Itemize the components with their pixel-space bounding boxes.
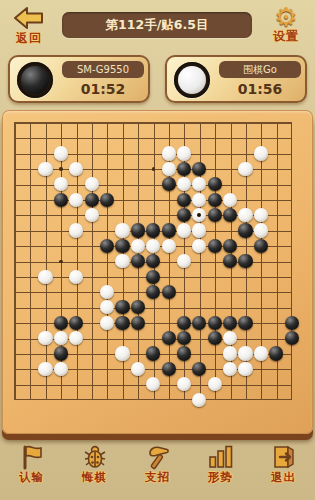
stone-white xyxy=(162,146,176,160)
star-point xyxy=(152,167,156,171)
stone-white xyxy=(177,377,191,391)
stone-white xyxy=(38,362,52,376)
flag-icon xyxy=(0,444,63,470)
board-point[interactable] xyxy=(192,177,207,192)
board-point[interactable] xyxy=(269,346,284,361)
stone-black xyxy=(177,316,191,330)
board-point[interactable] xyxy=(69,223,84,238)
board-point[interactable] xyxy=(222,192,237,207)
black-stone-avatar-icon xyxy=(21,66,49,94)
stone-white xyxy=(38,270,52,284)
bottom-toolbar: 认输 悔棋 支招 xyxy=(0,444,315,496)
board-point[interactable] xyxy=(161,161,176,176)
stone-white xyxy=(223,331,237,345)
stone-black xyxy=(54,193,68,207)
hint-button[interactable]: 支招 xyxy=(126,444,189,496)
stone-white xyxy=(131,239,145,253)
board-point[interactable] xyxy=(115,346,130,361)
board-point[interactable] xyxy=(161,223,176,238)
stone-black xyxy=(100,239,114,253)
board-point[interactable] xyxy=(146,223,161,238)
board-point[interactable] xyxy=(84,207,99,222)
board-point[interactable] xyxy=(207,177,222,192)
board-point[interactable] xyxy=(146,284,161,299)
board-point[interactable] xyxy=(38,161,53,176)
stone-white xyxy=(146,239,160,253)
stone-black xyxy=(285,316,299,330)
stone-black xyxy=(269,346,283,360)
stone-black xyxy=(131,223,145,237)
board-point[interactable] xyxy=(238,254,253,269)
stone-white xyxy=(238,346,252,360)
board-point[interactable] xyxy=(192,361,207,376)
hammer-icon xyxy=(126,444,189,470)
stone-black xyxy=(85,193,99,207)
board-point[interactable] xyxy=(99,238,114,253)
board-point[interactable] xyxy=(238,315,253,330)
board-point[interactable] xyxy=(161,361,176,376)
stone-black xyxy=(285,331,299,345)
stone-black xyxy=(208,177,222,191)
stone-black xyxy=(100,193,114,207)
stone-white xyxy=(254,146,268,160)
board-point[interactable] xyxy=(115,238,130,253)
white-stone-avatar-icon xyxy=(178,66,206,94)
stone-white xyxy=(177,223,191,237)
board-point[interactable] xyxy=(207,207,222,222)
board-point[interactable] xyxy=(176,330,191,345)
board-point[interactable] xyxy=(192,392,207,407)
board-point[interactable] xyxy=(115,254,130,269)
board-point[interactable] xyxy=(222,330,237,345)
stone-black xyxy=(223,208,237,222)
board-point[interactable] xyxy=(238,161,253,176)
board-point[interactable] xyxy=(284,315,299,330)
white-player-name: 围棋Go xyxy=(219,61,301,78)
board-point[interactable] xyxy=(176,192,191,207)
board-point[interactable] xyxy=(192,207,207,222)
board-point[interactable] xyxy=(253,238,268,253)
board-point[interactable] xyxy=(253,207,268,222)
board-point[interactable] xyxy=(176,315,191,330)
stone-black xyxy=(54,346,68,360)
black-player-panel: SM-G9550 01:52 xyxy=(8,55,150,103)
board-point[interactable] xyxy=(130,300,145,315)
move-info-title: 第112手/贴6.5目 xyxy=(62,12,252,38)
board-point[interactable] xyxy=(53,330,68,345)
stone-white xyxy=(115,346,129,360)
stone-white xyxy=(100,285,114,299)
board-point[interactable] xyxy=(222,346,237,361)
goban-grid[interactable] xyxy=(7,115,299,407)
board-point[interactable] xyxy=(69,315,84,330)
stone-black xyxy=(162,362,176,376)
stone-white xyxy=(254,208,268,222)
stone-black xyxy=(146,285,160,299)
board-point[interactable] xyxy=(222,207,237,222)
black-player-clock: 01:52 xyxy=(62,81,144,97)
gear-icon: ⚙ xyxy=(263,4,309,30)
stone-white xyxy=(192,223,206,237)
board-point[interactable] xyxy=(176,146,191,161)
black-player-avatar xyxy=(17,62,53,98)
stone-black xyxy=(223,239,237,253)
board-point[interactable] xyxy=(146,377,161,392)
stone-black xyxy=(146,254,160,268)
stone-black xyxy=(192,362,206,376)
board-point[interactable] xyxy=(238,223,253,238)
board-point[interactable] xyxy=(207,192,222,207)
board-point[interactable] xyxy=(253,146,268,161)
stone-black xyxy=(192,316,206,330)
board-point[interactable] xyxy=(69,161,84,176)
board-point[interactable] xyxy=(53,192,68,207)
back-button[interactable]: 返回 xyxy=(6,6,52,47)
stone-white xyxy=(192,177,206,191)
board-point[interactable] xyxy=(176,346,191,361)
stone-white xyxy=(192,208,206,222)
stone-white xyxy=(208,377,222,391)
stone-white xyxy=(223,362,237,376)
board-point[interactable] xyxy=(161,330,176,345)
stone-white xyxy=(177,177,191,191)
stone-white xyxy=(85,208,99,222)
board-point[interactable] xyxy=(53,146,68,161)
star-point xyxy=(59,260,63,264)
board-point[interactable] xyxy=(161,238,176,253)
white-player-clock: 01:56 xyxy=(219,81,301,97)
board-point[interactable] xyxy=(115,300,130,315)
stone-black xyxy=(177,162,191,176)
board-point[interactable] xyxy=(192,223,207,238)
stone-white xyxy=(223,346,237,360)
board-point[interactable] xyxy=(130,238,145,253)
stone-white xyxy=(54,331,68,345)
stone-black xyxy=(162,177,176,191)
board-point[interactable] xyxy=(38,330,53,345)
top-bar: 返回 第112手/贴6.5目 ⚙ 设置 xyxy=(0,0,315,48)
board-point[interactable] xyxy=(130,254,145,269)
stone-white xyxy=(192,393,206,407)
stone-white xyxy=(115,254,129,268)
stone-black xyxy=(115,316,129,330)
stone-black xyxy=(208,208,222,222)
board-point[interactable] xyxy=(207,238,222,253)
board-point[interactable] xyxy=(99,315,114,330)
board-point[interactable] xyxy=(207,377,222,392)
board-point[interactable] xyxy=(176,377,191,392)
stone-white xyxy=(54,146,68,160)
stone-white xyxy=(146,377,160,391)
white-player-panel: 围棋Go 01:56 xyxy=(165,55,307,103)
board-point[interactable] xyxy=(284,330,299,345)
board-point[interactable] xyxy=(176,161,191,176)
board-point[interactable] xyxy=(115,223,130,238)
settings-label: 设置 xyxy=(263,28,309,45)
board-point[interactable] xyxy=(192,238,207,253)
board-point[interactable] xyxy=(69,192,84,207)
stone-black xyxy=(192,162,206,176)
stone-white xyxy=(69,331,83,345)
exit-button[interactable]: 退出 xyxy=(252,444,315,496)
board-point[interactable] xyxy=(84,177,99,192)
stone-white xyxy=(69,162,83,176)
stone-white xyxy=(100,300,114,314)
exit-icon xyxy=(252,444,315,470)
settings-button[interactable]: ⚙ 设置 xyxy=(263,4,309,45)
board-point[interactable] xyxy=(53,346,68,361)
stone-white xyxy=(69,270,83,284)
stone-black xyxy=(146,223,160,237)
stone-white xyxy=(54,362,68,376)
board-point[interactable] xyxy=(115,315,130,330)
board-point[interactable] xyxy=(146,346,161,361)
last-move-marker xyxy=(197,213,201,217)
board-point[interactable] xyxy=(238,346,253,361)
go-board[interactable] xyxy=(2,110,313,434)
board-point[interactable] xyxy=(146,238,161,253)
stone-white xyxy=(238,208,252,222)
stone-black xyxy=(146,346,160,360)
stone-white xyxy=(177,254,191,268)
stone-white xyxy=(223,193,237,207)
stone-white xyxy=(69,223,83,237)
stone-white xyxy=(38,331,52,345)
stone-black xyxy=(162,285,176,299)
board-point[interactable] xyxy=(253,223,268,238)
stone-white xyxy=(38,162,52,176)
board-point[interactable] xyxy=(176,254,191,269)
board-point[interactable] xyxy=(69,269,84,284)
undo-button[interactable]: 悔棋 xyxy=(63,444,126,496)
stone-black xyxy=(177,208,191,222)
stone-white xyxy=(254,346,268,360)
board-point[interactable] xyxy=(146,269,161,284)
stone-white xyxy=(192,239,206,253)
stone-black xyxy=(238,316,252,330)
stone-black xyxy=(238,254,252,268)
stone-black xyxy=(115,239,129,253)
white-player-avatar xyxy=(174,62,210,98)
stone-white xyxy=(69,193,83,207)
stone-black xyxy=(131,300,145,314)
stone-black xyxy=(69,316,83,330)
board-point[interactable] xyxy=(130,361,145,376)
stone-black xyxy=(208,331,222,345)
stone-white xyxy=(162,239,176,253)
board-point[interactable] xyxy=(161,284,176,299)
stone-black xyxy=(208,316,222,330)
board-point[interactable] xyxy=(222,254,237,269)
board-point[interactable] xyxy=(161,177,176,192)
stone-white xyxy=(238,362,252,376)
stone-black xyxy=(254,239,268,253)
board-point[interactable] xyxy=(146,254,161,269)
board-point[interactable] xyxy=(99,300,114,315)
bug-icon xyxy=(63,444,126,470)
stone-white xyxy=(192,193,206,207)
resign-button[interactable]: 认输 xyxy=(0,444,63,496)
stone-black xyxy=(223,316,237,330)
board-point[interactable] xyxy=(253,346,268,361)
board-point[interactable] xyxy=(84,192,99,207)
stone-black xyxy=(223,254,237,268)
stone-white xyxy=(54,177,68,191)
board-point[interactable] xyxy=(176,177,191,192)
board-point[interactable] xyxy=(222,315,237,330)
board-point[interactable] xyxy=(161,146,176,161)
board-point[interactable] xyxy=(192,192,207,207)
stone-white xyxy=(85,177,99,191)
board-point[interactable] xyxy=(38,269,53,284)
stone-white xyxy=(162,162,176,176)
board-point[interactable] xyxy=(176,207,191,222)
stone-black xyxy=(115,300,129,314)
board-point[interactable] xyxy=(53,177,68,192)
stone-black xyxy=(208,193,222,207)
board-point[interactable] xyxy=(69,330,84,345)
chart-icon xyxy=(189,444,252,470)
star-point xyxy=(59,167,63,171)
board-point[interactable] xyxy=(192,315,207,330)
black-player-name: SM-G9550 xyxy=(62,61,144,78)
stone-white xyxy=(238,162,252,176)
board-point[interactable] xyxy=(192,161,207,176)
board-point[interactable] xyxy=(99,192,114,207)
stone-black xyxy=(177,193,191,207)
board-point[interactable] xyxy=(207,330,222,345)
stone-black xyxy=(146,270,160,284)
board-point[interactable] xyxy=(53,315,68,330)
stone-black xyxy=(162,331,176,345)
stone-white xyxy=(177,146,191,160)
board-point[interactable] xyxy=(222,361,237,376)
stone-black xyxy=(177,331,191,345)
stone-white xyxy=(100,316,114,330)
board-point[interactable] xyxy=(207,315,222,330)
stone-black xyxy=(208,239,222,253)
board-point[interactable] xyxy=(176,223,191,238)
stone-white xyxy=(254,223,268,237)
board-point[interactable] xyxy=(238,207,253,222)
board-point[interactable] xyxy=(38,361,53,376)
stone-black xyxy=(238,223,252,237)
analysis-button[interactable]: 形势 xyxy=(189,444,252,496)
board-point[interactable] xyxy=(238,361,253,376)
stone-black xyxy=(131,254,145,268)
stone-black xyxy=(177,346,191,360)
back-arrow-icon xyxy=(6,6,52,32)
board-point[interactable] xyxy=(99,284,114,299)
board-point[interactable] xyxy=(53,361,68,376)
stone-white xyxy=(115,223,129,237)
stone-black xyxy=(131,316,145,330)
board-point[interactable] xyxy=(222,238,237,253)
stone-black xyxy=(54,316,68,330)
back-label: 返回 xyxy=(6,30,52,47)
stone-black xyxy=(162,223,176,237)
stone-white xyxy=(131,362,145,376)
board-point[interactable] xyxy=(130,315,145,330)
board-point[interactable] xyxy=(130,223,145,238)
